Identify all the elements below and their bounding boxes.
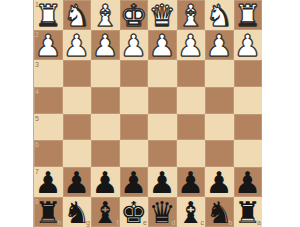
square-d6[interactable] xyxy=(148,140,177,167)
square-a5[interactable] xyxy=(234,114,263,141)
square-a3[interactable] xyxy=(234,60,263,87)
square-h7[interactable]: 7♟ xyxy=(34,167,63,197)
square-e7[interactable]: ♟ xyxy=(120,167,149,197)
square-d7[interactable]: ♟ xyxy=(148,167,177,197)
square-e1[interactable]: ♚ xyxy=(120,0,149,30)
piece-wR-h1[interactable]: ♜ xyxy=(35,1,62,31)
piece-bN-g8[interactable]: ♞ xyxy=(63,198,90,227)
piece-bB-c8[interactable]: ♝ xyxy=(177,198,204,227)
square-b2[interactable]: ♟ xyxy=(205,30,234,60)
piece-bP-h7[interactable]: ♟ xyxy=(35,168,62,198)
square-d1[interactable]: ♛ xyxy=(148,0,177,30)
square-h1[interactable]: 1♜ xyxy=(34,0,63,30)
rank-label-6: 6 xyxy=(35,141,39,148)
square-e3[interactable] xyxy=(120,60,149,87)
chessboard: 1♜♞♝♚♛♝♞♜2♟♟♟♟♟♟♟♟34567♟♟♟♟♟♟♟♟8h♜g♞f♝e♚… xyxy=(33,0,262,227)
chess-app-window: 1♜♞♝♚♛♝♞♜2♟♟♟♟♟♟♟♟34567♟♟♟♟♟♟♟♟8h♜g♞f♝e♚… xyxy=(0,0,300,227)
square-c4[interactable] xyxy=(177,87,206,114)
piece-bP-d7[interactable]: ♟ xyxy=(149,168,176,198)
square-f6[interactable] xyxy=(91,140,120,167)
square-a8[interactable]: a♜ xyxy=(234,197,263,227)
piece-wB-f1[interactable]: ♝ xyxy=(92,1,119,31)
square-f1[interactable]: ♝ xyxy=(91,0,120,30)
piece-wP-h2[interactable]: ♟ xyxy=(35,31,62,61)
square-a6[interactable] xyxy=(234,140,263,167)
square-g5[interactable] xyxy=(63,114,92,141)
square-b7[interactable]: ♟ xyxy=(205,167,234,197)
piece-wP-c2[interactable]: ♟ xyxy=(177,31,204,61)
square-b8[interactable]: b♞ xyxy=(205,197,234,227)
square-b4[interactable] xyxy=(205,87,234,114)
square-g2[interactable]: ♟ xyxy=(63,30,92,60)
piece-bR-a8[interactable]: ♜ xyxy=(234,198,261,227)
square-g1[interactable]: ♞ xyxy=(63,0,92,30)
square-h6[interactable]: 6 xyxy=(34,140,63,167)
piece-wN-b1[interactable]: ♞ xyxy=(206,1,233,31)
square-h3[interactable]: 3 xyxy=(34,60,63,87)
piece-bP-a7[interactable]: ♟ xyxy=(234,168,261,198)
piece-bN-b8[interactable]: ♞ xyxy=(206,198,233,227)
piece-bR-h8[interactable]: ♜ xyxy=(35,198,62,227)
square-e8[interactable]: e♚ xyxy=(120,197,149,227)
square-b6[interactable] xyxy=(205,140,234,167)
square-d2[interactable]: ♟ xyxy=(148,30,177,60)
piece-wP-a2[interactable]: ♟ xyxy=(234,31,261,61)
square-c1[interactable]: ♝ xyxy=(177,0,206,30)
piece-bP-e7[interactable]: ♟ xyxy=(120,168,147,198)
square-a1[interactable]: ♜ xyxy=(234,0,263,30)
piece-wB-c1[interactable]: ♝ xyxy=(177,1,204,31)
square-g7[interactable]: ♟ xyxy=(63,167,92,197)
square-d3[interactable] xyxy=(148,60,177,87)
square-d5[interactable] xyxy=(148,114,177,141)
piece-wP-b2[interactable]: ♟ xyxy=(206,31,233,61)
square-c7[interactable]: ♟ xyxy=(177,167,206,197)
square-f3[interactable] xyxy=(91,60,120,87)
square-c8[interactable]: c♝ xyxy=(177,197,206,227)
square-h8[interactable]: 8h♜ xyxy=(34,197,63,227)
square-e6[interactable] xyxy=(120,140,149,167)
square-c5[interactable] xyxy=(177,114,206,141)
square-g4[interactable] xyxy=(63,87,92,114)
square-e5[interactable] xyxy=(120,114,149,141)
square-g3[interactable] xyxy=(63,60,92,87)
square-e2[interactable]: ♟ xyxy=(120,30,149,60)
square-a2[interactable]: ♟ xyxy=(234,30,263,60)
piece-wP-f2[interactable]: ♟ xyxy=(92,31,119,61)
square-d4[interactable] xyxy=(148,87,177,114)
square-a4[interactable] xyxy=(234,87,263,114)
square-g8[interactable]: g♞ xyxy=(63,197,92,227)
piece-bP-g7[interactable]: ♟ xyxy=(63,168,90,198)
square-g6[interactable] xyxy=(63,140,92,167)
square-h5[interactable]: 5 xyxy=(34,114,63,141)
piece-bB-f8[interactable]: ♝ xyxy=(92,198,119,227)
piece-wR-a1[interactable]: ♜ xyxy=(234,1,261,31)
rank-label-5: 5 xyxy=(35,115,39,122)
square-f5[interactable] xyxy=(91,114,120,141)
piece-bQ-d8[interactable]: ♛ xyxy=(149,198,176,227)
square-f4[interactable] xyxy=(91,87,120,114)
piece-wN-g1[interactable]: ♞ xyxy=(63,1,90,31)
square-b3[interactable] xyxy=(205,60,234,87)
square-c2[interactable]: ♟ xyxy=(177,30,206,60)
piece-wP-d2[interactable]: ♟ xyxy=(149,31,176,61)
square-f2[interactable]: ♟ xyxy=(91,30,120,60)
square-a7[interactable]: ♟ xyxy=(234,167,263,197)
square-d8[interactable]: d♛ xyxy=(148,197,177,227)
piece-wP-e2[interactable]: ♟ xyxy=(120,31,147,61)
square-b5[interactable] xyxy=(205,114,234,141)
piece-bP-c7[interactable]: ♟ xyxy=(177,168,204,198)
piece-bK-e8[interactable]: ♚ xyxy=(120,198,147,227)
square-c3[interactable] xyxy=(177,60,206,87)
piece-bP-b7[interactable]: ♟ xyxy=(206,168,233,198)
square-e4[interactable] xyxy=(120,87,149,114)
square-b1[interactable]: ♞ xyxy=(205,0,234,30)
piece-wP-g2[interactable]: ♟ xyxy=(63,31,90,61)
square-h4[interactable]: 4 xyxy=(34,87,63,114)
square-f7[interactable]: ♟ xyxy=(91,167,120,197)
piece-wQ-d1[interactable]: ♛ xyxy=(149,1,176,31)
piece-wK-e1[interactable]: ♚ xyxy=(120,1,147,31)
square-h2[interactable]: 2♟ xyxy=(34,30,63,60)
square-c6[interactable] xyxy=(177,140,206,167)
rank-label-4: 4 xyxy=(35,88,39,95)
square-f8[interactable]: f♝ xyxy=(91,197,120,227)
rank-label-3: 3 xyxy=(35,61,39,68)
piece-bP-f7[interactable]: ♟ xyxy=(92,168,119,198)
